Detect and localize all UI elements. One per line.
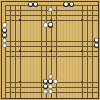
stone-black-N19[interactable] (63, 2, 68, 7)
stone-white-K2[interactable] (48, 89, 53, 94)
stone-black-F19[interactable] (28, 2, 33, 7)
stone-white-K18[interactable] (48, 7, 53, 12)
stone-black-A14[interactable] (2, 28, 7, 33)
stone-white-L4[interactable] (53, 79, 58, 84)
stone-black-K15[interactable] (48, 22, 53, 27)
stones-grid (2, 2, 99, 99)
stone-white-A15[interactable] (2, 22, 7, 27)
stone-black-G19[interactable] (33, 2, 38, 7)
stone-black-O19[interactable] (69, 2, 74, 7)
stone-black-T11[interactable] (94, 43, 99, 48)
go-board[interactable] (0, 0, 100, 100)
stone-white-A11[interactable] (2, 43, 7, 48)
